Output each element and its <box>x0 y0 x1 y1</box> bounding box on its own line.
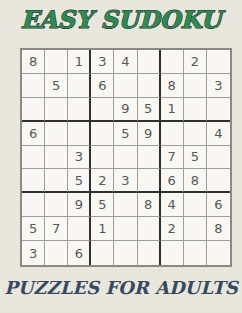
cell-r1c6 <box>138 50 161 74</box>
cell-r8c7: 2 <box>161 217 184 241</box>
cell-r4c4 <box>91 122 114 146</box>
cell-r5c8: 5 <box>184 146 207 170</box>
cell-r1c1: 8 <box>22 50 45 74</box>
cell-r5c7: 7 <box>161 146 184 170</box>
cell-r4c2 <box>45 122 68 146</box>
cell-r2c8 <box>184 74 207 98</box>
cell-r9c5 <box>114 241 137 265</box>
cell-r4c1: 6 <box>22 122 45 146</box>
cell-r9c3: 6 <box>68 241 91 265</box>
cell-r5c6 <box>138 146 161 170</box>
cell-r3c7: 1 <box>161 98 184 122</box>
cell-r7c4: 5 <box>91 193 114 217</box>
page-subtitle: PUZZLES FOR ADULTS <box>0 277 242 299</box>
cell-r6c3: 5 <box>68 169 91 193</box>
cell-r7c7: 4 <box>161 193 184 217</box>
cell-r7c9: 6 <box>207 193 230 217</box>
cell-r7c2 <box>45 193 68 217</box>
cell-r3c9 <box>207 98 230 122</box>
cell-r1c9 <box>207 50 230 74</box>
cell-r3c5: 9 <box>114 98 137 122</box>
cell-r2c2: 5 <box>45 74 68 98</box>
cell-r9c2 <box>45 241 68 265</box>
cell-r1c8: 2 <box>184 50 207 74</box>
cell-r6c7: 6 <box>161 169 184 193</box>
cell-r6c2 <box>45 169 68 193</box>
cell-r3c1 <box>22 98 45 122</box>
cell-r8c9: 8 <box>207 217 230 241</box>
cell-r8c5 <box>114 217 137 241</box>
cell-r9c6 <box>138 241 161 265</box>
cell-r2c6 <box>138 74 161 98</box>
cell-r2c4: 6 <box>91 74 114 98</box>
cell-r7c1 <box>22 193 45 217</box>
cell-r8c4: 1 <box>91 217 114 241</box>
cell-r4c3 <box>68 122 91 146</box>
cell-r1c5: 4 <box>114 50 137 74</box>
cell-r3c8 <box>184 98 207 122</box>
cell-r7c3: 9 <box>68 193 91 217</box>
cell-r4c7 <box>161 122 184 146</box>
cell-r4c6: 9 <box>138 122 161 146</box>
cell-r7c6: 8 <box>138 193 161 217</box>
cell-r1c4: 3 <box>91 50 114 74</box>
cell-r1c7 <box>161 50 184 74</box>
cell-r4c8 <box>184 122 207 146</box>
cell-r3c2 <box>45 98 68 122</box>
cell-r6c8: 8 <box>184 169 207 193</box>
cell-r2c7: 8 <box>161 74 184 98</box>
cell-r9c1: 3 <box>22 241 45 265</box>
cell-r6c5: 3 <box>114 169 137 193</box>
cell-r3c4 <box>91 98 114 122</box>
cell-r4c9: 4 <box>207 122 230 146</box>
cell-r1c3: 1 <box>68 50 91 74</box>
cell-r8c6 <box>138 217 161 241</box>
cell-r6c1 <box>22 169 45 193</box>
cell-r5c2 <box>45 146 68 170</box>
cell-r9c8 <box>184 241 207 265</box>
cell-r8c1: 5 <box>22 217 45 241</box>
cell-r2c1 <box>22 74 45 98</box>
cell-r3c3 <box>68 98 91 122</box>
cell-r3c6: 5 <box>138 98 161 122</box>
page-title: EASY SUDOKU <box>0 6 242 34</box>
cell-r9c7 <box>161 241 184 265</box>
cell-r9c9 <box>207 241 230 265</box>
cell-r5c1 <box>22 146 45 170</box>
cell-r8c3 <box>68 217 91 241</box>
cell-r6c4: 2 <box>91 169 114 193</box>
cell-r8c2: 7 <box>45 217 68 241</box>
cell-r4c5: 5 <box>114 122 137 146</box>
cell-r6c6 <box>138 169 161 193</box>
cell-r5c5 <box>114 146 137 170</box>
cell-r6c9 <box>207 169 230 193</box>
cell-r2c3 <box>68 74 91 98</box>
cell-r5c9 <box>207 146 230 170</box>
sudoku-board: 813425683951659437552368958465712836 <box>20 48 232 267</box>
cell-r9c4 <box>91 241 114 265</box>
cell-r2c5 <box>114 74 137 98</box>
cell-r5c4 <box>91 146 114 170</box>
cell-r5c3: 3 <box>68 146 91 170</box>
cell-r7c5 <box>114 193 137 217</box>
cell-r2c9: 3 <box>207 74 230 98</box>
cell-r1c2 <box>45 50 68 74</box>
cell-r7c8 <box>184 193 207 217</box>
cell-r8c8 <box>184 217 207 241</box>
